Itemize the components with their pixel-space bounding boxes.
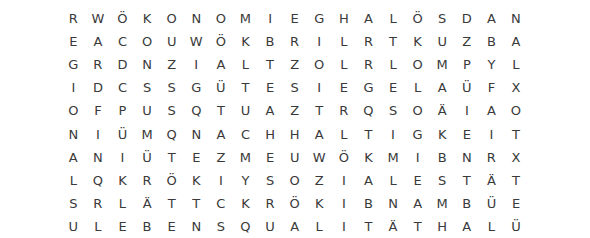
- grid-cell-r3c4[interactable]: N: [135, 53, 160, 76]
- grid-cell-r2c6[interactable]: W: [184, 30, 209, 53]
- grid-cell-r8c8[interactable]: Y: [233, 169, 258, 192]
- grid-cell-r7c5[interactable]: T: [159, 146, 184, 169]
- grid-cell-r6c17[interactable]: E: [455, 122, 480, 145]
- grid-cell-r7c16[interactable]: B: [430, 146, 455, 169]
- grid-cell-r10c18[interactable]: L: [479, 215, 504, 238]
- grid-cell-r2c9[interactable]: B: [258, 30, 283, 53]
- grid-cell-r3c14[interactable]: L: [381, 53, 406, 76]
- grid-cell-r6c12[interactable]: L: [332, 122, 357, 145]
- grid-cell-r4c18[interactable]: F: [479, 76, 504, 99]
- grid-cell-r2c8[interactable]: K: [233, 30, 258, 53]
- grid-cell-r10c9[interactable]: U: [258, 215, 283, 238]
- grid-cell-r4c6[interactable]: G: [184, 76, 209, 99]
- grid-cell-r8c17[interactable]: T: [455, 169, 480, 192]
- grid-cell-r7c15[interactable]: I: [405, 146, 430, 169]
- grid-cell-r5c16[interactable]: Ä: [430, 99, 455, 122]
- grid-cell-r8c2[interactable]: Q: [86, 169, 111, 192]
- grid-cell-r10c17[interactable]: A: [455, 215, 480, 238]
- grid-cell-r3c11[interactable]: O: [307, 53, 332, 76]
- grid-cell-r7c10[interactable]: U: [282, 146, 307, 169]
- grid-cell-r6c2[interactable]: I: [86, 122, 111, 145]
- grid-cell-r8c7[interactable]: I: [209, 169, 234, 192]
- grid-cell-r9c19[interactable]: E: [504, 192, 529, 215]
- grid-cell-r8c9[interactable]: S: [258, 169, 283, 192]
- grid-cell-r9c12[interactable]: I: [332, 192, 357, 215]
- grid-cell-r9c10[interactable]: Ö: [282, 192, 307, 215]
- grid-cell-r9c5[interactable]: T: [159, 192, 184, 215]
- grid-cell-r8c3[interactable]: K: [110, 169, 135, 192]
- grid-cell-r3c18[interactable]: Y: [479, 53, 504, 76]
- grid-cell-r4c5[interactable]: S: [159, 76, 184, 99]
- grid-cell-r2c5[interactable]: U: [159, 30, 184, 53]
- grid-cell-r9c2[interactable]: R: [86, 192, 111, 215]
- grid-cell-r9c14[interactable]: N: [381, 192, 406, 215]
- grid-cell-r4c10[interactable]: S: [282, 76, 307, 99]
- grid-cell-r3c15[interactable]: O: [405, 53, 430, 76]
- grid-cell-r7c17[interactable]: N: [455, 146, 480, 169]
- grid-cell-r8c6[interactable]: K: [184, 169, 209, 192]
- grid-cell-r8c14[interactable]: L: [381, 169, 406, 192]
- grid-cell-r7c9[interactable]: E: [258, 146, 283, 169]
- grid-cell-r8c15[interactable]: E: [405, 169, 430, 192]
- grid-cell-r4c1[interactable]: I: [61, 76, 86, 99]
- grid-cell-r10c5[interactable]: E: [159, 215, 184, 238]
- grid-cell-r2c4[interactable]: O: [135, 30, 160, 53]
- grid-cell-r10c19[interactable]: Ü: [504, 215, 529, 238]
- grid-cell-r8c5[interactable]: Ö: [159, 169, 184, 192]
- grid-cell-r9c17[interactable]: B: [455, 192, 480, 215]
- grid-cell-r8c16[interactable]: S: [430, 169, 455, 192]
- grid-cell-r4c14[interactable]: E: [381, 76, 406, 99]
- grid-cell-r10c16[interactable]: H: [430, 215, 455, 238]
- grid-cell-r1c3[interactable]: Ö: [110, 7, 135, 30]
- grid-cell-r10c13[interactable]: T: [356, 215, 381, 238]
- grid-cell-r1c13[interactable]: A: [356, 7, 381, 30]
- grid-cell-r8c4[interactable]: R: [135, 169, 160, 192]
- grid-cell-r6c7[interactable]: A: [209, 122, 234, 145]
- grid-cell-r9c15[interactable]: A: [405, 192, 430, 215]
- grid-cell-r2c7[interactable]: Ö: [209, 30, 234, 53]
- grid-cell-r4c4[interactable]: S: [135, 76, 160, 99]
- grid-cell-r3c10[interactable]: Z: [282, 53, 307, 76]
- grid-cell-r5c6[interactable]: Q: [184, 99, 209, 122]
- grid-cell-r8c1[interactable]: L: [61, 169, 86, 192]
- grid-cell-r7c19[interactable]: X: [504, 146, 529, 169]
- grid-cell-r10c8[interactable]: Q: [233, 215, 258, 238]
- grid-cell-r2c15[interactable]: K: [405, 30, 430, 53]
- grid-cell-r10c6[interactable]: N: [184, 215, 209, 238]
- grid-cell-r5c10[interactable]: Z: [282, 99, 307, 122]
- grid-cell-r9c13[interactable]: B: [356, 192, 381, 215]
- grid-cell-r7c14[interactable]: M: [381, 146, 406, 169]
- grid-cell-r5c14[interactable]: S: [381, 99, 406, 122]
- grid-cell-r7c6[interactable]: E: [184, 146, 209, 169]
- grid-cell-r1c1[interactable]: R: [61, 7, 86, 30]
- grid-cell-r9c9[interactable]: R: [258, 192, 283, 215]
- grid-cell-r6c13[interactable]: T: [356, 122, 381, 145]
- grid-cell-r4c13[interactable]: G: [356, 76, 381, 99]
- word-search-puzzle: RWÖKONOMIEGHALÖSDANEACOUWÖKBRILRTKUZBAGR…: [0, 0, 590, 238]
- grid-cell-r4c16[interactable]: A: [430, 76, 455, 99]
- grid-cell-r5c18[interactable]: A: [479, 99, 504, 122]
- grid-cell-r5c1[interactable]: O: [61, 99, 86, 122]
- grid-cell-r6c1[interactable]: N: [61, 122, 86, 145]
- grid-cell-r7c4[interactable]: Ü: [135, 146, 160, 169]
- grid-cell-r10c15[interactable]: T: [405, 215, 430, 238]
- grid-cell-r2c17[interactable]: Z: [455, 30, 480, 53]
- grid-cell-r5c8[interactable]: U: [233, 99, 258, 122]
- grid-cell-r7c1[interactable]: A: [61, 146, 86, 169]
- grid-cell-r7c2[interactable]: N: [86, 146, 111, 169]
- grid-cell-r1c2[interactable]: W: [86, 7, 111, 30]
- grid-cell-r7c3[interactable]: I: [110, 146, 135, 169]
- grid-cell-r1c19[interactable]: N: [504, 7, 529, 30]
- grid-cell-r4c19[interactable]: X: [504, 76, 529, 99]
- grid-cell-r1c12[interactable]: H: [332, 7, 357, 30]
- grid-cell-r2c2[interactable]: A: [86, 30, 111, 53]
- grid-cell-r5c11[interactable]: T: [307, 99, 332, 122]
- grid-cell-r4c7[interactable]: Ü: [209, 76, 234, 99]
- grid-cell-r6c18[interactable]: I: [479, 122, 504, 145]
- grid-cell-r7c13[interactable]: K: [356, 146, 381, 169]
- grid-cell-r3c2[interactable]: R: [86, 53, 111, 76]
- grid-cell-r1c10[interactable]: E: [282, 7, 307, 30]
- grid-cell-r2c19[interactable]: A: [504, 30, 529, 53]
- grid-cell-r6c4[interactable]: M: [135, 122, 160, 145]
- grid-cell-r4c11[interactable]: I: [307, 76, 332, 99]
- grid-cell-r3c16[interactable]: M: [430, 53, 455, 76]
- grid-cell-r1c17[interactable]: D: [455, 7, 480, 30]
- grid-cell-r1c5[interactable]: O: [159, 7, 184, 30]
- grid-cell-r7c8[interactable]: M: [233, 146, 258, 169]
- grid-cell-r4c17[interactable]: Ü: [455, 76, 480, 99]
- grid-cell-r8c10[interactable]: O: [282, 169, 307, 192]
- grid-cell-r1c16[interactable]: S: [430, 7, 455, 30]
- grid-cell-r6c10[interactable]: H: [282, 122, 307, 145]
- grid-cell-r2c1[interactable]: E: [61, 30, 86, 53]
- grid-cell-r8c18[interactable]: Ä: [479, 169, 504, 192]
- grid-cell-r6c14[interactable]: I: [381, 122, 406, 145]
- grid-cell-r1c18[interactable]: A: [479, 7, 504, 30]
- grid-cell-r3c3[interactable]: D: [110, 53, 135, 76]
- grid-cell-r10c12[interactable]: I: [332, 215, 357, 238]
- grid-cell-r5c5[interactable]: S: [159, 99, 184, 122]
- grid-cell-r9c3[interactable]: L: [110, 192, 135, 215]
- grid-cell-r2c3[interactable]: C: [110, 30, 135, 53]
- grid-cell-r10c11[interactable]: L: [307, 215, 332, 238]
- grid-cell-r10c10[interactable]: A: [282, 215, 307, 238]
- grid-cell-r3c1[interactable]: G: [61, 53, 86, 76]
- grid-cell-r3c6[interactable]: I: [184, 53, 209, 76]
- grid-cell-r5c13[interactable]: Q: [356, 99, 381, 122]
- grid-cell-r9c16[interactable]: M: [430, 192, 455, 215]
- grid-cell-r7c12[interactable]: Ö: [332, 146, 357, 169]
- grid-cell-r10c1[interactable]: U: [61, 215, 86, 238]
- grid-cell-r5c2[interactable]: F: [86, 99, 111, 122]
- grid-cell-r2c10[interactable]: R: [282, 30, 307, 53]
- grid-cell-r7c7[interactable]: Z: [209, 146, 234, 169]
- grid-cell-r9c11[interactable]: K: [307, 192, 332, 215]
- grid-cell-r4c2[interactable]: D: [86, 76, 111, 99]
- grid-cell-r1c4[interactable]: K: [135, 7, 160, 30]
- grid-cell-r1c11[interactable]: G: [307, 7, 332, 30]
- grid-cell-r3c13[interactable]: R: [356, 53, 381, 76]
- grid-cell-r9c18[interactable]: Ü: [479, 192, 504, 215]
- grid-cell-r9c8[interactable]: K: [233, 192, 258, 215]
- grid-cell-r5c12[interactable]: R: [332, 99, 357, 122]
- grid-cell-r7c18[interactable]: R: [479, 146, 504, 169]
- grid-cell-r2c18[interactable]: B: [479, 30, 504, 53]
- grid-cell-r9c6[interactable]: T: [184, 192, 209, 215]
- word-search-grid: RWÖKONOMIEGHALÖSDANEACOUWÖKBRILRTKUZBAGR…: [61, 7, 528, 238]
- grid-cell-r9c7[interactable]: C: [209, 192, 234, 215]
- grid-cell-r1c8[interactable]: M: [233, 7, 258, 30]
- grid-cell-r8c13[interactable]: A: [356, 169, 381, 192]
- grid-cell-r5c9[interactable]: A: [258, 99, 283, 122]
- grid-cell-r4c8[interactable]: T: [233, 76, 258, 99]
- grid-cell-r10c2[interactable]: L: [86, 215, 111, 238]
- grid-cell-r6c15[interactable]: G: [405, 122, 430, 145]
- grid-cell-r5c3[interactable]: P: [110, 99, 135, 122]
- grid-cell-r4c3[interactable]: C: [110, 76, 135, 99]
- grid-cell-r3c8[interactable]: L: [233, 53, 258, 76]
- grid-cell-r8c12[interactable]: I: [332, 169, 357, 192]
- grid-cell-r4c12[interactable]: E: [332, 76, 357, 99]
- grid-cell-r2c11[interactable]: I: [307, 30, 332, 53]
- grid-cell-r6c3[interactable]: Ü: [110, 122, 135, 145]
- grid-cell-r5c19[interactable]: O: [504, 99, 529, 122]
- grid-cell-r2c16[interactable]: U: [430, 30, 455, 53]
- grid-cell-r3c12[interactable]: L: [332, 53, 357, 76]
- grid-cell-r3c5[interactable]: Z: [159, 53, 184, 76]
- grid-cell-r3c19[interactable]: L: [504, 53, 529, 76]
- grid-cell-r2c13[interactable]: R: [356, 30, 381, 53]
- grid-cell-r1c14[interactable]: L: [381, 7, 406, 30]
- grid-cell-r5c7[interactable]: T: [209, 99, 234, 122]
- grid-cell-r9c1[interactable]: S: [61, 192, 86, 215]
- grid-cell-r6c19[interactable]: T: [504, 122, 529, 145]
- grid-cell-r1c9[interactable]: I: [258, 7, 283, 30]
- grid-cell-r10c7[interactable]: S: [209, 215, 234, 238]
- grid-cell-r1c15[interactable]: Ö: [405, 7, 430, 30]
- grid-cell-r6c16[interactable]: K: [430, 122, 455, 145]
- grid-cell-r8c11[interactable]: Z: [307, 169, 332, 192]
- grid-cell-r10c4[interactable]: B: [135, 215, 160, 238]
- grid-cell-r5c17[interactable]: I: [455, 99, 480, 122]
- grid-cell-r2c14[interactable]: T: [381, 30, 406, 53]
- grid-cell-r1c6[interactable]: N: [184, 7, 209, 30]
- grid-cell-r4c9[interactable]: E: [258, 76, 283, 99]
- grid-cell-r7c11[interactable]: W: [307, 146, 332, 169]
- grid-cell-r5c4[interactable]: U: [135, 99, 160, 122]
- grid-cell-r1c7[interactable]: O: [209, 7, 234, 30]
- grid-cell-r6c5[interactable]: Q: [159, 122, 184, 145]
- grid-cell-r5c15[interactable]: O: [405, 99, 430, 122]
- grid-cell-r2c12[interactable]: L: [332, 30, 357, 53]
- grid-cell-r3c9[interactable]: T: [258, 53, 283, 76]
- grid-cell-r10c14[interactable]: Ä: [381, 215, 406, 238]
- grid-cell-r6c6[interactable]: N: [184, 122, 209, 145]
- grid-cell-r9c4[interactable]: Ä: [135, 192, 160, 215]
- grid-cell-r3c7[interactable]: A: [209, 53, 234, 76]
- grid-cell-r8c19[interactable]: T: [504, 169, 529, 192]
- grid-cell-r6c11[interactable]: A: [307, 122, 332, 145]
- grid-cell-r6c8[interactable]: C: [233, 122, 258, 145]
- grid-cell-r3c17[interactable]: P: [455, 53, 480, 76]
- grid-cell-r4c15[interactable]: L: [405, 76, 430, 99]
- grid-cell-r10c3[interactable]: E: [110, 215, 135, 238]
- grid-cell-r6c9[interactable]: H: [258, 122, 283, 145]
